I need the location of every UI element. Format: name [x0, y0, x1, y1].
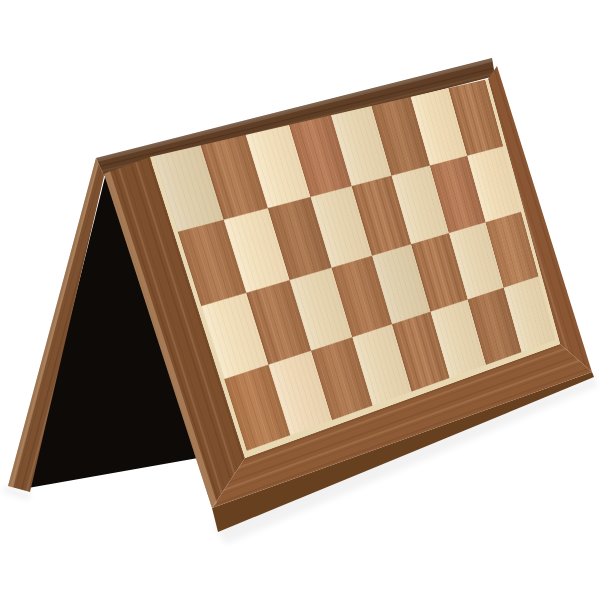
product-photo-folding-chessboard	[0, 0, 600, 600]
